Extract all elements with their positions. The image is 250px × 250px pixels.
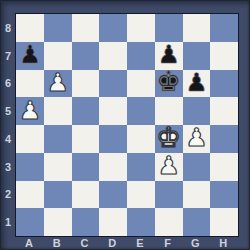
rank-label-7: 7 bbox=[1, 42, 15, 70]
square-g5[interactable] bbox=[183, 97, 211, 125]
black-pawn[interactable]: ♟ bbox=[157, 42, 179, 67]
black-king[interactable]: ♚ bbox=[156, 68, 181, 96]
square-b1[interactable] bbox=[44, 208, 72, 236]
square-c4[interactable] bbox=[72, 125, 100, 153]
rank-label-1: 1 bbox=[1, 208, 15, 236]
square-c1[interactable] bbox=[72, 208, 100, 236]
file-label-b: B bbox=[43, 236, 71, 250]
square-b5[interactable] bbox=[44, 97, 72, 125]
square-c5[interactable] bbox=[72, 97, 100, 125]
square-h4[interactable] bbox=[210, 125, 238, 153]
white-king[interactable]: ♚ bbox=[156, 124, 181, 152]
square-g6[interactable]: ♟ bbox=[183, 70, 211, 98]
square-e7[interactable] bbox=[127, 42, 155, 70]
square-a3[interactable] bbox=[16, 153, 44, 181]
white-pawn[interactable]: ♟ bbox=[157, 153, 179, 178]
square-c2[interactable] bbox=[72, 181, 100, 209]
square-e1[interactable] bbox=[127, 208, 155, 236]
file-label-c: C bbox=[71, 236, 99, 250]
rank-label-3: 3 bbox=[1, 153, 15, 181]
square-c7[interactable] bbox=[72, 42, 100, 70]
square-d7[interactable] bbox=[99, 42, 127, 70]
square-e8[interactable] bbox=[127, 14, 155, 42]
square-a5[interactable]: ♟ bbox=[16, 97, 44, 125]
square-e2[interactable] bbox=[127, 181, 155, 209]
square-a1[interactable] bbox=[16, 208, 44, 236]
file-label-a: A bbox=[15, 236, 43, 250]
file-label-e: E bbox=[126, 236, 154, 250]
square-h6[interactable] bbox=[210, 70, 238, 98]
square-g4[interactable]: ♟ bbox=[183, 125, 211, 153]
square-h3[interactable] bbox=[210, 153, 238, 181]
square-g1[interactable] bbox=[183, 208, 211, 236]
square-d3[interactable] bbox=[99, 153, 127, 181]
square-e4[interactable] bbox=[127, 125, 155, 153]
square-g7[interactable] bbox=[183, 42, 211, 70]
square-h1[interactable] bbox=[210, 208, 238, 236]
square-g2[interactable] bbox=[183, 181, 211, 209]
square-a8[interactable] bbox=[16, 14, 44, 42]
rank-labels: 87654321 bbox=[1, 14, 15, 236]
square-e6[interactable] bbox=[127, 70, 155, 98]
black-pawn[interactable]: ♟ bbox=[19, 42, 41, 67]
square-a7[interactable]: ♟ bbox=[16, 42, 44, 70]
square-d8[interactable] bbox=[99, 14, 127, 42]
square-a2[interactable] bbox=[16, 181, 44, 209]
file-label-d: D bbox=[98, 236, 126, 250]
square-b8[interactable] bbox=[44, 14, 72, 42]
rank-label-2: 2 bbox=[1, 181, 15, 209]
board-frame: 87654321 ♟♟♟♚♟♟♚♟♟ ABCDEFGH bbox=[0, 0, 250, 250]
square-f2[interactable] bbox=[155, 181, 183, 209]
square-f8[interactable] bbox=[155, 14, 183, 42]
square-d6[interactable] bbox=[99, 70, 127, 98]
square-f6[interactable]: ♚ bbox=[155, 70, 183, 98]
square-b4[interactable] bbox=[44, 125, 72, 153]
square-d2[interactable] bbox=[99, 181, 127, 209]
square-a6[interactable] bbox=[16, 70, 44, 98]
square-e5[interactable] bbox=[127, 97, 155, 125]
square-d5[interactable] bbox=[99, 97, 127, 125]
white-pawn[interactable]: ♟ bbox=[185, 125, 207, 150]
rank-label-5: 5 bbox=[1, 97, 15, 125]
square-h7[interactable] bbox=[210, 42, 238, 70]
square-b6[interactable]: ♟ bbox=[44, 70, 72, 98]
square-a4[interactable] bbox=[16, 125, 44, 153]
square-g3[interactable] bbox=[183, 153, 211, 181]
square-c3[interactable] bbox=[72, 153, 100, 181]
square-d1[interactable] bbox=[99, 208, 127, 236]
white-pawn[interactable]: ♟ bbox=[19, 98, 41, 123]
rank-label-4: 4 bbox=[1, 125, 15, 153]
file-label-h: H bbox=[209, 236, 237, 250]
rank-label-6: 6 bbox=[1, 70, 15, 98]
square-g8[interactable] bbox=[183, 14, 211, 42]
square-h2[interactable] bbox=[210, 181, 238, 209]
file-labels: ABCDEFGH bbox=[15, 236, 237, 250]
square-h8[interactable] bbox=[210, 14, 238, 42]
file-label-f: F bbox=[154, 236, 182, 250]
square-b7[interactable] bbox=[44, 42, 72, 70]
square-h5[interactable] bbox=[210, 97, 238, 125]
square-e3[interactable] bbox=[127, 153, 155, 181]
rank-label-8: 8 bbox=[1, 14, 15, 42]
square-f3[interactable]: ♟ bbox=[155, 153, 183, 181]
chess-board: ♟♟♟♚♟♟♚♟♟ bbox=[15, 13, 239, 237]
black-pawn[interactable]: ♟ bbox=[185, 70, 207, 95]
square-b2[interactable] bbox=[44, 181, 72, 209]
square-c8[interactable] bbox=[72, 14, 100, 42]
square-d4[interactable] bbox=[99, 125, 127, 153]
square-c6[interactable] bbox=[72, 70, 100, 98]
square-b3[interactable] bbox=[44, 153, 72, 181]
white-pawn[interactable]: ♟ bbox=[46, 70, 68, 95]
square-f1[interactable] bbox=[155, 208, 183, 236]
square-f4[interactable]: ♚ bbox=[155, 125, 183, 153]
file-label-g: G bbox=[182, 236, 210, 250]
